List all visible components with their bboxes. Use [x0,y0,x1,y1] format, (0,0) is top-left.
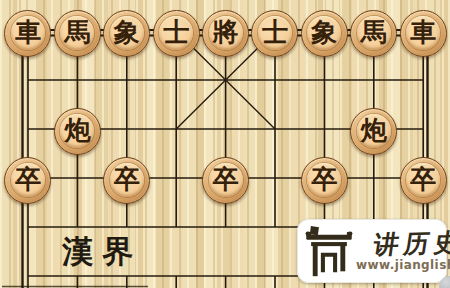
piece-face: 馬 [60,16,94,50]
piece-glyph: 象 [311,19,337,45]
board-point: 車 [398,7,447,56]
piece-face: 馬 [357,16,391,50]
watermark-badge[interactable]: 讲历史 www.jianglishi.cn [297,219,447,283]
board-point [201,203,250,252]
board-point [201,252,250,288]
board-point: 象 [300,7,349,56]
board-point: 馬 [349,7,398,56]
board-point [3,105,52,154]
board-point [349,56,398,105]
piece-glyph: 炮 [361,117,387,143]
piece-face: 卒 [11,163,45,197]
board-point: 卒 [3,154,52,203]
piece-face: 卒 [110,163,144,197]
board-point [300,56,349,105]
piece-face: 士 [159,16,193,50]
piece-face: 車 [406,16,440,50]
xiangqi-board: 車馬象士將士象馬車炮炮卒卒卒卒卒 漢界 讲历史 www.jianglishi.c… [0,0,450,288]
board-point [151,105,200,154]
piece-glyph: 馬 [361,19,387,45]
piece-將[interactable]: 將 [202,10,249,57]
piece-象[interactable]: 象 [301,10,348,57]
board-point: 炮 [349,105,398,154]
board-point [151,154,200,203]
piece-face: 卒 [307,163,341,197]
board-point [151,252,200,288]
piece-卒[interactable]: 卒 [400,157,447,204]
piece-glyph: 卒 [15,166,41,192]
piece-glyph: 炮 [64,117,90,143]
piece-glyph: 馬 [64,19,90,45]
piece-馬[interactable]: 馬 [54,10,101,57]
piece-象[interactable]: 象 [103,10,150,57]
watermark-text: 讲历史 www.jianglishi.cn [356,230,450,273]
piece-士[interactable]: 士 [153,10,200,57]
piece-卒[interactable]: 卒 [103,157,150,204]
board-point [398,56,447,105]
board-point [151,203,200,252]
board-point [201,105,250,154]
piece-glyph: 將 [213,19,239,45]
piece-glyph: 車 [15,19,41,45]
board-point [102,105,151,154]
board-point: 卒 [398,154,447,203]
piece-face: 車 [11,16,45,50]
piece-車[interactable]: 車 [4,10,51,57]
piece-車[interactable]: 車 [400,10,447,57]
board-point [102,203,151,252]
board-point: 象 [102,7,151,56]
piece-glyph: 卒 [311,166,337,192]
board-point: 卒 [102,154,151,203]
board-point: 馬 [53,7,102,56]
board-point [102,252,151,288]
piece-glyph: 卒 [410,166,436,192]
piece-face: 象 [110,16,144,50]
piece-face: 象 [307,16,341,50]
board-point: 士 [151,7,200,56]
board-point [398,105,447,154]
piece-face: 炮 [60,114,94,148]
piece-face: 卒 [209,163,243,197]
board-point: 士 [250,7,299,56]
piece-士[interactable]: 士 [251,10,298,57]
watermark-site-name: 讲历史 [372,229,450,259]
piece-炮[interactable]: 炮 [350,108,397,155]
board-point [3,203,52,252]
board-point: 車 [3,7,52,56]
piece-face: 士 [258,16,292,50]
piece-glyph: 卒 [213,166,239,192]
board-point [53,56,102,105]
board-point: 卒 [300,154,349,203]
board-point [3,252,52,288]
board-point [3,56,52,105]
piece-glyph: 士 [163,19,189,45]
board-point [250,105,299,154]
board-point [201,56,250,105]
board-point [250,252,299,288]
board-point [250,56,299,105]
board-point: 炮 [53,105,102,154]
piece-face: 炮 [357,114,391,148]
board-point: 卒 [201,154,250,203]
piece-卒[interactable]: 卒 [301,157,348,204]
board-point [349,154,398,203]
board-point [250,203,299,252]
board-point [53,154,102,203]
piece-face: 卒 [406,163,440,197]
piece-卒[interactable]: 卒 [202,157,249,204]
piece-glyph: 卒 [114,166,140,192]
board-point [53,252,102,288]
piece-卒[interactable]: 卒 [4,157,51,204]
board-point [151,56,200,105]
piece-glyph: 象 [114,19,140,45]
board-point [250,154,299,203]
board-point [102,56,151,105]
watermark-site-url[interactable]: www.jianglishi.cn [356,258,450,272]
piece-glyph: 士 [262,19,288,45]
piece-炮[interactable]: 炮 [54,108,101,155]
board-point [300,105,349,154]
piece-馬[interactable]: 馬 [350,10,397,57]
board-point: 將 [201,7,250,56]
gate-icon [304,225,354,277]
piece-face: 將 [209,16,243,50]
piece-glyph: 車 [410,19,436,45]
board-point [53,203,102,252]
